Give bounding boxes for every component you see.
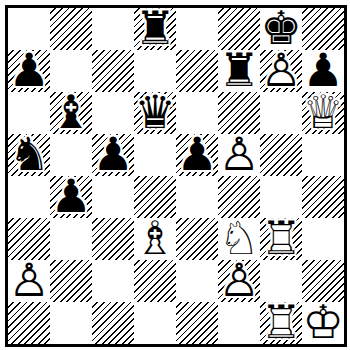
square-e3[interactable] — [176, 218, 218, 260]
white-rook-g1[interactable]: ♜♖ — [260, 302, 302, 344]
white-pawn-g7[interactable]: ♟♙ — [260, 50, 302, 92]
white-rook-glyph: ♖ — [260, 217, 302, 259]
black-rook-glyph: ♜ — [218, 49, 260, 91]
square-f7[interactable]: ♜ — [218, 50, 260, 92]
square-a7[interactable]: ♟ — [8, 50, 50, 92]
white-pawn-f5[interactable]: ♟♙ — [218, 134, 260, 176]
square-h1[interactable]: ♚♔ — [302, 302, 344, 344]
black-knight-glyph: ♞ — [8, 133, 50, 175]
white-pawn-a2[interactable]: ♟♙ — [8, 260, 50, 302]
white-queen-h6[interactable]: ♛♕ — [302, 92, 344, 134]
chess-board: ♜♚♟♜♟♙♟♝♛♛♕♞♟♟♟♙♟♝♗♞♘♜♖♟♙♟♙♜♖♚♔ — [5, 5, 347, 347]
square-g6[interactable] — [260, 92, 302, 134]
square-d8[interactable]: ♜ — [134, 8, 176, 50]
black-bishop-glyph: ♝ — [50, 91, 92, 133]
square-f1[interactable] — [218, 302, 260, 344]
black-rook-d8[interactable]: ♜ — [134, 8, 176, 50]
square-g1[interactable]: ♜♖ — [260, 302, 302, 344]
square-h6[interactable]: ♛♕ — [302, 92, 344, 134]
black-pawn-glyph: ♟ — [176, 133, 218, 175]
black-knight-a5[interactable]: ♞ — [8, 134, 50, 176]
square-b2[interactable] — [50, 260, 92, 302]
square-c1[interactable] — [92, 302, 134, 344]
square-a2[interactable]: ♟♙ — [8, 260, 50, 302]
black-rook-glyph: ♜ — [134, 7, 176, 49]
square-g3[interactable]: ♜♖ — [260, 218, 302, 260]
black-bishop-b6[interactable]: ♝ — [50, 92, 92, 134]
square-h3[interactable] — [302, 218, 344, 260]
square-h4[interactable] — [302, 176, 344, 218]
square-b1[interactable] — [50, 302, 92, 344]
square-e4[interactable] — [176, 176, 218, 218]
square-a1[interactable] — [8, 302, 50, 344]
white-king-h1[interactable]: ♚♔ — [302, 302, 344, 344]
black-queen-d6[interactable]: ♛ — [134, 92, 176, 134]
white-queen-glyph: ♕ — [302, 91, 344, 133]
black-pawn-glyph: ♟ — [92, 133, 134, 175]
white-pawn-glyph: ♙ — [8, 259, 50, 301]
square-b6[interactable]: ♝ — [50, 92, 92, 134]
square-c3[interactable] — [92, 218, 134, 260]
square-d1[interactable] — [134, 302, 176, 344]
square-c8[interactable] — [92, 8, 134, 50]
square-a4[interactable] — [8, 176, 50, 218]
square-e5[interactable]: ♟ — [176, 134, 218, 176]
white-bishop-d3[interactable]: ♝♗ — [134, 218, 176, 260]
black-pawn-c5[interactable]: ♟ — [92, 134, 134, 176]
square-e2[interactable] — [176, 260, 218, 302]
square-g5[interactable] — [260, 134, 302, 176]
white-pawn-glyph: ♙ — [218, 259, 260, 301]
black-queen-glyph: ♛ — [134, 91, 176, 133]
black-pawn-glyph: ♟ — [50, 175, 92, 217]
black-pawn-e5[interactable]: ♟ — [176, 134, 218, 176]
square-a5[interactable]: ♞ — [8, 134, 50, 176]
square-d5[interactable] — [134, 134, 176, 176]
white-rook-glyph: ♖ — [260, 301, 302, 343]
square-h5[interactable] — [302, 134, 344, 176]
square-e7[interactable] — [176, 50, 218, 92]
square-g7[interactable]: ♟♙ — [260, 50, 302, 92]
square-c2[interactable] — [92, 260, 134, 302]
square-e1[interactable] — [176, 302, 218, 344]
white-pawn-glyph: ♙ — [218, 133, 260, 175]
square-c7[interactable] — [92, 50, 134, 92]
square-b4[interactable]: ♟ — [50, 176, 92, 218]
white-rook-g3[interactable]: ♜♖ — [260, 218, 302, 260]
diagram-page: ♜♚♟♜♟♙♟♝♛♛♕♞♟♟♟♙♟♝♗♞♘♜♖♟♙♟♙♜♖♚♔ — [0, 0, 350, 350]
square-d3[interactable]: ♝♗ — [134, 218, 176, 260]
black-pawn-b4[interactable]: ♟ — [50, 176, 92, 218]
white-pawn-glyph: ♙ — [260, 49, 302, 91]
square-e8[interactable] — [176, 8, 218, 50]
black-pawn-a7[interactable]: ♟ — [8, 50, 50, 92]
black-pawn-glyph: ♟ — [8, 49, 50, 91]
white-bishop-glyph: ♗ — [134, 217, 176, 259]
square-c5[interactable]: ♟ — [92, 134, 134, 176]
square-f5[interactable]: ♟♙ — [218, 134, 260, 176]
black-rook-f7[interactable]: ♜ — [218, 50, 260, 92]
square-d6[interactable]: ♛ — [134, 92, 176, 134]
square-f2[interactable]: ♟♙ — [218, 260, 260, 302]
white-pawn-f2[interactable]: ♟♙ — [218, 260, 260, 302]
square-b3[interactable] — [50, 218, 92, 260]
square-d2[interactable] — [134, 260, 176, 302]
square-c4[interactable] — [92, 176, 134, 218]
white-king-glyph: ♔ — [302, 301, 344, 343]
square-b8[interactable] — [50, 8, 92, 50]
